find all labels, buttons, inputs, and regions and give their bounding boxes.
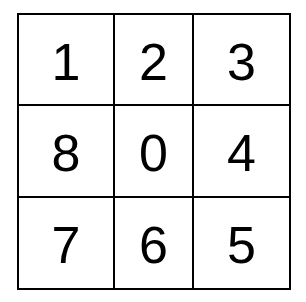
cell-r2c1[interactable]: 6 bbox=[115, 198, 192, 288]
tile-label: 0 bbox=[139, 123, 168, 179]
cell-r1c1[interactable]: 0 bbox=[115, 106, 192, 196]
cell-r0c0[interactable]: 1 bbox=[19, 15, 113, 104]
cell-r0c1[interactable]: 2 bbox=[115, 15, 192, 104]
tile-label: 1 bbox=[52, 32, 81, 88]
tile-label: 2 bbox=[139, 32, 168, 88]
cell-r2c2[interactable]: 5 bbox=[194, 198, 289, 288]
cell-r1c0[interactable]: 8 bbox=[19, 106, 113, 196]
tile-label: 3 bbox=[227, 32, 256, 88]
cell-r1c2[interactable]: 4 bbox=[194, 106, 289, 196]
tile-label: 6 bbox=[139, 215, 168, 271]
cell-r2c0[interactable]: 7 bbox=[19, 198, 113, 288]
tile-label: 8 bbox=[52, 123, 81, 179]
tile-label: 4 bbox=[227, 123, 256, 179]
tile-label: 5 bbox=[227, 215, 256, 271]
tile-label: 7 bbox=[52, 215, 81, 271]
puzzle-board: 1 2 3 8 0 4 7 6 5 bbox=[17, 13, 291, 290]
cell-r0c2[interactable]: 3 bbox=[194, 15, 289, 104]
